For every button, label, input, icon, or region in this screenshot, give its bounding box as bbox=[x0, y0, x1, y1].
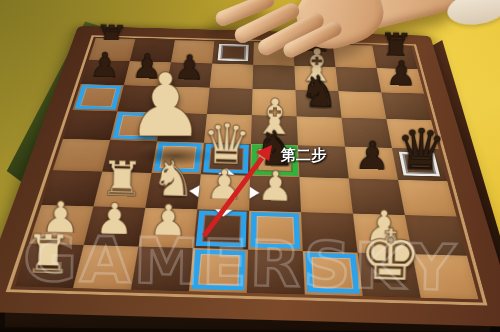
cursor-arrow-d3 bbox=[214, 209, 232, 217]
square-f4[interactable] bbox=[298, 145, 349, 178]
black-knight-glyph: ♞ bbox=[299, 72, 339, 114]
black-pawn-a7[interactable]: ♟ bbox=[83, 5, 127, 78]
black-knight-f6[interactable]: ♞ bbox=[296, 33, 342, 110]
chess-game-screenshot: { "game": "chess", "app": {"watermark": … bbox=[0, 0, 500, 332]
captured-white-pawn: ♟ bbox=[126, 62, 205, 150]
square-f3[interactable] bbox=[299, 177, 353, 214]
square-f5[interactable] bbox=[297, 116, 345, 146]
watermark: GAMERSKY bbox=[22, 222, 500, 306]
highlight-blue-a6 bbox=[75, 85, 122, 110]
black-pawn-h7[interactable]: ♟ bbox=[380, 13, 424, 86]
last-move-outline-d8 bbox=[218, 44, 249, 61]
white-pawn-e3[interactable]: ♟ bbox=[249, 113, 303, 201]
